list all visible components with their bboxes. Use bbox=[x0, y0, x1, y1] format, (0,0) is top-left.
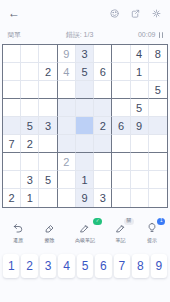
cell-r7c7[interactable] bbox=[112, 153, 130, 171]
cell-r5c2[interactable]: 5 bbox=[21, 117, 39, 135]
advanced-notes-label: 高級筆記 bbox=[75, 237, 95, 243]
share-icon[interactable] bbox=[130, 8, 141, 19]
sudoku-board: 93482456155532697223512193 bbox=[2, 44, 168, 208]
numpad-7[interactable]: 7 bbox=[114, 254, 130, 278]
cell-r1c9[interactable]: 8 bbox=[149, 45, 167, 63]
cell-r4c6[interactable] bbox=[94, 99, 112, 117]
cell-r5c1[interactable] bbox=[3, 117, 21, 135]
cell-r1c2[interactable] bbox=[21, 45, 39, 63]
numpad-6[interactable]: 6 bbox=[95, 254, 111, 278]
cell-r7c8[interactable] bbox=[131, 153, 149, 171]
cell-r9c1[interactable]: 2 bbox=[3, 189, 21, 207]
cell-r9c3[interactable] bbox=[39, 189, 57, 207]
cell-r8c5[interactable]: 1 bbox=[76, 171, 94, 189]
cell-r4c4[interactable] bbox=[58, 99, 76, 117]
numpad-1[interactable]: 1 bbox=[3, 254, 19, 278]
cell-r7c4[interactable]: 2 bbox=[58, 153, 76, 171]
cell-r8c6[interactable] bbox=[94, 171, 112, 189]
notes-label: 筆記 bbox=[116, 237, 126, 243]
cell-r2c7[interactable] bbox=[112, 63, 130, 81]
numpad-3[interactable]: 3 bbox=[40, 254, 56, 278]
back-arrow-icon[interactable]: ← bbox=[8, 7, 20, 19]
timer: 00:09 bbox=[138, 31, 156, 38]
cell-r4c9[interactable] bbox=[149, 99, 167, 117]
cell-r9c4[interactable] bbox=[58, 189, 76, 207]
cell-r8c2[interactable]: 3 bbox=[21, 171, 39, 189]
notes-button[interactable]: 關 筆記 bbox=[115, 222, 127, 243]
cell-r3c4[interactable] bbox=[58, 81, 76, 99]
pen-icon bbox=[79, 222, 91, 234]
erase-button[interactable]: 擦除 bbox=[44, 222, 56, 243]
cell-r3c8[interactable] bbox=[131, 81, 149, 99]
cell-r5c8[interactable]: 9 bbox=[131, 117, 149, 135]
difficulty-label: 簡單 bbox=[7, 30, 21, 40]
toolbar: 還原 擦除 ✓ 高級筆記 關 筆記 1 提示 bbox=[0, 222, 170, 243]
numpad-8[interactable]: 8 bbox=[132, 254, 148, 278]
top-bar: ← bbox=[0, 0, 170, 26]
cell-r7c9[interactable] bbox=[149, 153, 167, 171]
pause-icon[interactable] bbox=[159, 32, 164, 38]
cell-r4c1[interactable] bbox=[3, 99, 21, 117]
cell-r7c1[interactable] bbox=[3, 153, 21, 171]
cell-r6c1[interactable]: 7 bbox=[3, 135, 21, 153]
cell-r1c3[interactable] bbox=[39, 45, 57, 63]
cell-r6c2[interactable]: 2 bbox=[21, 135, 39, 153]
cell-r8c4[interactable] bbox=[58, 171, 76, 189]
cell-r5c4[interactable] bbox=[58, 117, 76, 135]
cell-r2c9[interactable] bbox=[149, 63, 167, 81]
cell-r8c3[interactable]: 5 bbox=[39, 171, 57, 189]
cell-r9c9[interactable] bbox=[149, 189, 167, 207]
cell-r4c2[interactable] bbox=[21, 99, 39, 117]
cell-r6c6[interactable] bbox=[94, 135, 112, 153]
cell-r4c3[interactable] bbox=[39, 99, 57, 117]
cell-r6c7[interactable] bbox=[112, 135, 130, 153]
cell-r5c9[interactable] bbox=[149, 117, 167, 135]
palette-icon[interactable] bbox=[109, 8, 120, 19]
erase-label: 擦除 bbox=[45, 237, 55, 243]
cell-r9c5[interactable]: 9 bbox=[76, 189, 94, 207]
cell-r1c1[interactable] bbox=[3, 45, 21, 63]
hint-label: 提示 bbox=[147, 237, 157, 243]
cell-r3c5[interactable] bbox=[76, 81, 94, 99]
number-pad: 123456789 bbox=[0, 254, 170, 278]
status-bar: 簡單 錯誤: 1/3 00:09 bbox=[0, 26, 170, 43]
cell-r2c3[interactable]: 2 bbox=[39, 63, 57, 81]
cell-r4c8[interactable]: 5 bbox=[131, 99, 149, 117]
cell-r6c9[interactable] bbox=[149, 135, 167, 153]
numpad-2[interactable]: 2 bbox=[21, 254, 37, 278]
cell-r2c5[interactable]: 5 bbox=[76, 63, 94, 81]
cell-r5c3[interactable]: 3 bbox=[39, 117, 57, 135]
cell-r2c2[interactable] bbox=[21, 63, 39, 81]
cell-r6c5[interactable] bbox=[76, 135, 94, 153]
notes-badge: 關 bbox=[124, 218, 134, 225]
cell-r7c2[interactable] bbox=[21, 153, 39, 171]
undo-button[interactable]: 還原 bbox=[12, 222, 24, 243]
cell-r4c7[interactable] bbox=[112, 99, 130, 117]
cell-r7c5[interactable] bbox=[76, 153, 94, 171]
advanced-notes-badge: ✓ bbox=[93, 218, 102, 225]
cell-r1c8[interactable]: 4 bbox=[131, 45, 149, 63]
mistakes-counter: 錯誤: 1/3 bbox=[66, 30, 94, 40]
cell-r8c8[interactable] bbox=[131, 171, 149, 189]
cell-r2c6[interactable]: 6 bbox=[94, 63, 112, 81]
numpad-4[interactable]: 4 bbox=[58, 254, 74, 278]
undo-label: 還原 bbox=[13, 237, 23, 243]
cell-r1c7[interactable] bbox=[112, 45, 130, 63]
bulb-icon bbox=[146, 222, 158, 234]
cell-r6c4[interactable] bbox=[58, 135, 76, 153]
cell-r1c6[interactable] bbox=[94, 45, 112, 63]
cell-r6c8[interactable] bbox=[131, 135, 149, 153]
cell-r5c6[interactable]: 2 bbox=[94, 117, 112, 135]
eraser-icon bbox=[44, 222, 56, 234]
cell-r3c9[interactable]: 5 bbox=[149, 81, 167, 99]
cell-r8c9[interactable] bbox=[149, 171, 167, 189]
advanced-notes-button[interactable]: ✓ 高級筆記 bbox=[75, 222, 95, 243]
cell-r3c7[interactable] bbox=[112, 81, 130, 99]
cell-r3c2[interactable] bbox=[21, 81, 39, 99]
cell-r5c7[interactable]: 6 bbox=[112, 117, 130, 135]
cell-r2c4[interactable]: 4 bbox=[58, 63, 76, 81]
cell-r9c8[interactable] bbox=[131, 189, 149, 207]
cell-r9c6[interactable]: 3 bbox=[94, 189, 112, 207]
cell-r1c4[interactable]: 9 bbox=[58, 45, 76, 63]
cell-r3c6[interactable] bbox=[94, 81, 112, 99]
undo-icon bbox=[12, 222, 24, 234]
settings-gear-icon[interactable] bbox=[151, 8, 162, 19]
numpad-9[interactable]: 9 bbox=[151, 254, 167, 278]
cell-r9c2[interactable]: 1 bbox=[21, 189, 39, 207]
cell-r4c5[interactable] bbox=[76, 99, 94, 117]
cell-r3c3[interactable] bbox=[39, 81, 57, 99]
cell-r6c3[interactable] bbox=[39, 135, 57, 153]
numpad-5[interactable]: 5 bbox=[77, 254, 93, 278]
cell-r3c1[interactable] bbox=[3, 81, 21, 99]
cell-r5c5[interactable] bbox=[76, 117, 94, 135]
cell-r8c1[interactable] bbox=[3, 171, 21, 189]
cell-r8c7[interactable] bbox=[112, 171, 130, 189]
hint-button[interactable]: 1 提示 bbox=[146, 222, 158, 243]
cell-r1c5[interactable]: 3 bbox=[76, 45, 94, 63]
cell-r2c1[interactable] bbox=[3, 63, 21, 81]
cell-r2c8[interactable]: 1 bbox=[131, 63, 149, 81]
cell-r7c6[interactable] bbox=[94, 153, 112, 171]
cell-r7c3[interactable] bbox=[39, 153, 57, 171]
hint-badge: 1 bbox=[157, 218, 165, 225]
cell-r9c7[interactable] bbox=[112, 189, 130, 207]
